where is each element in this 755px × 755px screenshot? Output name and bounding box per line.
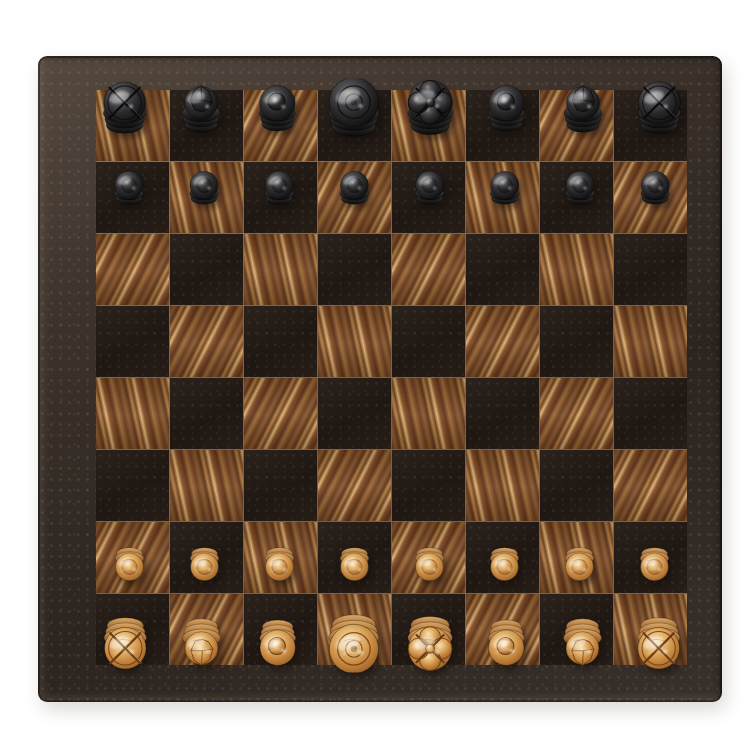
piece-white-queen-d1[interactable] xyxy=(322,609,385,672)
piece-white-bishop-c1[interactable] xyxy=(250,614,304,668)
square-e7[interactable] xyxy=(392,162,465,233)
piece-white-pawn-b2[interactable] xyxy=(181,537,228,584)
square-e5[interactable] xyxy=(392,306,465,377)
square-c4[interactable] xyxy=(244,378,317,449)
square-a5[interactable] xyxy=(96,306,169,377)
square-d5[interactable] xyxy=(318,306,391,377)
square-b6[interactable] xyxy=(170,234,243,305)
square-f4[interactable] xyxy=(466,378,539,449)
square-b7[interactable] xyxy=(170,162,243,233)
square-a3[interactable] xyxy=(96,450,169,521)
square-d6[interactable] xyxy=(318,234,391,305)
square-f2[interactable] xyxy=(466,522,539,593)
chess-board-grid xyxy=(96,90,687,665)
piece-black-rook-h8[interactable] xyxy=(630,81,688,139)
square-b3[interactable] xyxy=(170,450,243,521)
square-g7[interactable] xyxy=(540,162,613,233)
square-a2[interactable] xyxy=(96,522,169,593)
square-g6[interactable] xyxy=(540,234,613,305)
piece-black-pawn-d7[interactable] xyxy=(330,167,377,214)
square-g3[interactable] xyxy=(540,450,613,521)
square-e6[interactable] xyxy=(392,234,465,305)
square-d7[interactable] xyxy=(318,162,391,233)
piece-black-pawn-f7[interactable] xyxy=(481,167,528,214)
piece-black-king-e8[interactable] xyxy=(399,79,460,140)
square-b4[interactable] xyxy=(170,378,243,449)
square-a4[interactable] xyxy=(96,378,169,449)
piece-black-pawn-a7[interactable] xyxy=(105,167,152,214)
square-g4[interactable] xyxy=(540,378,613,449)
piece-black-knight-b8[interactable] xyxy=(172,81,229,138)
piece-white-king-e1[interactable] xyxy=(399,610,460,671)
square-g2[interactable] xyxy=(540,522,613,593)
piece-white-pawn-d2[interactable] xyxy=(331,537,378,584)
square-g5[interactable] xyxy=(540,306,613,377)
piece-white-pawn-a2[interactable] xyxy=(106,537,153,584)
piece-white-knight-g1[interactable] xyxy=(554,612,611,669)
chess-board-slab xyxy=(38,56,722,702)
piece-white-rook-h1[interactable] xyxy=(629,612,687,670)
square-h1[interactable] xyxy=(614,594,687,665)
piece-white-knight-b1[interactable] xyxy=(173,612,230,669)
square-f7[interactable] xyxy=(466,162,539,233)
square-h7[interactable] xyxy=(614,162,687,233)
square-b8[interactable] xyxy=(170,90,243,161)
square-f8[interactable] xyxy=(466,90,539,161)
square-f1[interactable] xyxy=(466,594,539,665)
product-photo-background xyxy=(0,0,755,755)
square-c2[interactable] xyxy=(244,522,317,593)
square-a7[interactable] xyxy=(96,162,169,233)
square-b2[interactable] xyxy=(170,522,243,593)
piece-black-pawn-h7[interactable] xyxy=(631,167,678,214)
piece-black-pawn-g7[interactable] xyxy=(556,167,603,214)
square-e2[interactable] xyxy=(392,522,465,593)
square-b5[interactable] xyxy=(170,306,243,377)
square-h5[interactable] xyxy=(614,306,687,377)
square-a8[interactable] xyxy=(96,90,169,161)
square-g8[interactable] xyxy=(540,90,613,161)
piece-black-rook-a8[interactable] xyxy=(95,81,153,139)
piece-white-pawn-e2[interactable] xyxy=(406,537,453,584)
square-d2[interactable] xyxy=(318,522,391,593)
square-h6[interactable] xyxy=(614,234,687,305)
square-g1[interactable] xyxy=(540,594,613,665)
piece-white-bishop-f1[interactable] xyxy=(479,614,533,668)
square-e8[interactable] xyxy=(392,90,465,161)
piece-white-rook-a1[interactable] xyxy=(96,612,154,670)
square-d1[interactable] xyxy=(318,594,391,665)
piece-black-pawn-b7[interactable] xyxy=(180,167,227,214)
piece-white-pawn-g2[interactable] xyxy=(556,537,603,584)
square-e4[interactable] xyxy=(392,378,465,449)
piece-white-pawn-h2[interactable] xyxy=(631,537,678,584)
square-c7[interactable] xyxy=(244,162,317,233)
piece-black-pawn-e7[interactable] xyxy=(406,167,453,214)
square-c3[interactable] xyxy=(244,450,317,521)
square-a1[interactable] xyxy=(96,594,169,665)
square-f3[interactable] xyxy=(466,450,539,521)
square-h2[interactable] xyxy=(614,522,687,593)
piece-black-queen-d8[interactable] xyxy=(322,78,385,141)
piece-black-bishop-c8[interactable] xyxy=(250,83,304,137)
square-c5[interactable] xyxy=(244,306,317,377)
square-c6[interactable] xyxy=(244,234,317,305)
square-d3[interactable] xyxy=(318,450,391,521)
square-h4[interactable] xyxy=(614,378,687,449)
square-d8[interactable] xyxy=(318,90,391,161)
piece-black-pawn-c7[interactable] xyxy=(255,167,302,214)
piece-black-knight-g8[interactable] xyxy=(554,81,611,138)
piece-white-pawn-c2[interactable] xyxy=(256,537,303,584)
piece-white-pawn-f2[interactable] xyxy=(481,537,528,584)
square-d4[interactable] xyxy=(318,378,391,449)
square-c1[interactable] xyxy=(244,594,317,665)
square-a6[interactable] xyxy=(96,234,169,305)
square-f5[interactable] xyxy=(466,306,539,377)
square-h8[interactable] xyxy=(614,90,687,161)
square-c8[interactable] xyxy=(244,90,317,161)
square-e1[interactable] xyxy=(392,594,465,665)
square-h3[interactable] xyxy=(614,450,687,521)
square-e3[interactable] xyxy=(392,450,465,521)
square-f6[interactable] xyxy=(466,234,539,305)
piece-black-bishop-f8[interactable] xyxy=(479,83,533,137)
square-b1[interactable] xyxy=(170,594,243,665)
